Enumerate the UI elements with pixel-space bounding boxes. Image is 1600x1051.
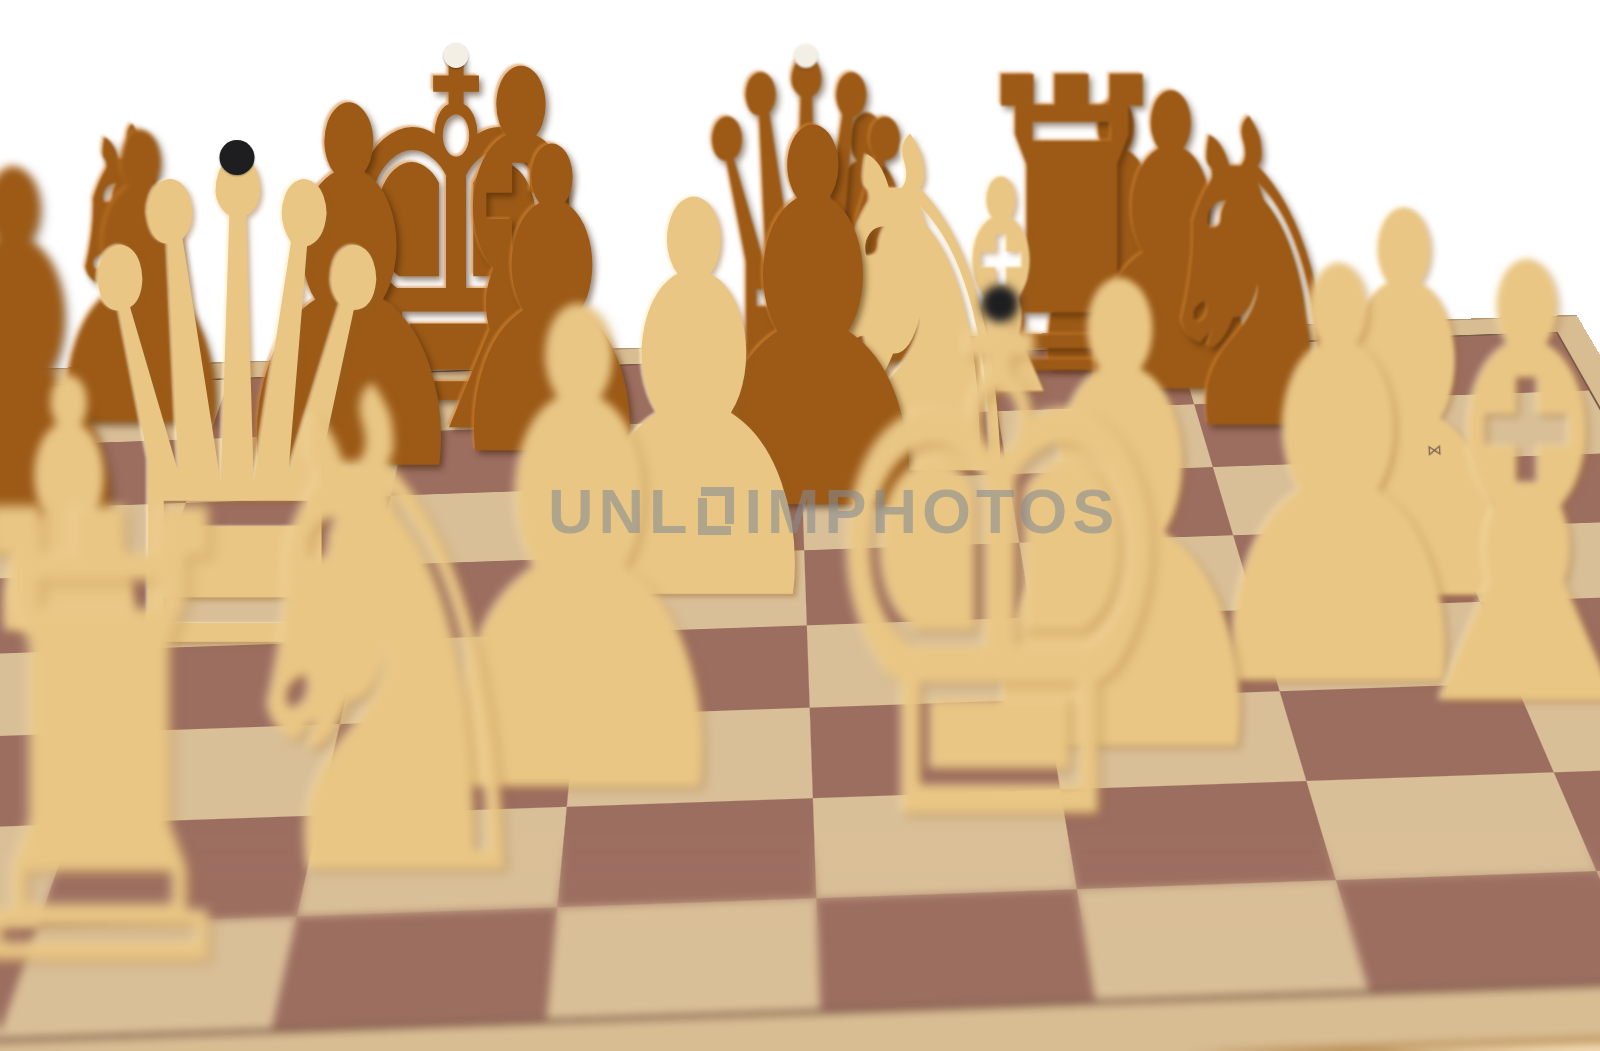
square-g8 (1177, 340, 1392, 405)
square-e5 (804, 543, 1031, 626)
square-f3 (1045, 691, 1307, 789)
square-e3 (810, 699, 1060, 798)
photo-stage: ♞♟♟♜♛♟♝♚♟♞♝♟♟♞♟♟♟♟♟♛♟♝♟♟♚♞♜ ⋈ UNL IMPHOT… (0, 0, 1600, 1051)
square-d8 (602, 360, 799, 425)
square-f8 (987, 346, 1194, 411)
square-e7 (800, 411, 1008, 481)
square-a6 (0, 503, 185, 580)
square-b4 (105, 641, 359, 732)
square-e8 (798, 353, 997, 418)
square-b5 (134, 565, 375, 649)
square-f5 (1019, 535, 1256, 617)
square-d3 (566, 708, 813, 807)
square-g5 (1233, 528, 1479, 610)
depth-of-field-blur (0, 831, 1600, 1051)
watermark-text-left: UNL (548, 475, 692, 547)
square-h8 (1367, 333, 1589, 397)
square-c5 (358, 558, 589, 641)
square-g4 (1255, 602, 1514, 691)
square-f7 (997, 404, 1213, 474)
square-h6 (1418, 453, 1600, 528)
square-c3 (319, 716, 574, 816)
square-e4 (807, 618, 1045, 708)
square-c8 (405, 366, 608, 432)
square-a8 (10, 380, 228, 446)
square-h7 (1391, 391, 1600, 460)
board-coordinate-mark: ⋈ (1426, 442, 1442, 458)
square-g7 (1194, 397, 1418, 467)
square-b3 (73, 724, 340, 824)
square-b8 (208, 373, 418, 439)
watermark: UNL IMPHOTOS (548, 476, 1119, 546)
square-a7 (0, 439, 208, 510)
square-g6 (1213, 460, 1448, 535)
square-b6 (161, 496, 391, 573)
square-c4 (340, 633, 583, 724)
square-g3 (1280, 683, 1553, 781)
watermark-text-right: IMPHOTOS (744, 475, 1119, 547)
square-b7 (185, 432, 405, 503)
square-d4 (575, 625, 810, 715)
square-f4 (1031, 610, 1280, 700)
square-d5 (583, 550, 807, 633)
watermark-bracket-logo-icon (698, 487, 734, 535)
